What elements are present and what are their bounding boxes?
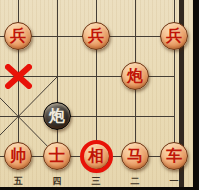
piece-glyph: 兵 xyxy=(166,28,182,44)
screen-right-edge xyxy=(193,0,199,190)
piece-black-cannon[interactable]: 炮 xyxy=(43,102,71,130)
piece-red-horse[interactable]: 马 xyxy=(121,142,149,170)
piece-red-chariot[interactable]: 车 xyxy=(160,142,188,170)
last-move-destination-ring-icon xyxy=(80,140,113,173)
piece-glyph: 兵 xyxy=(10,28,26,44)
piece-glyph: 马 xyxy=(127,148,143,164)
screen-bottom-edge xyxy=(0,187,199,190)
last-move-origin-cross-icon xyxy=(5,64,32,89)
piece-red-soldier[interactable]: 兵 xyxy=(82,22,110,50)
piece-red-cannon[interactable]: 炮 xyxy=(121,62,149,90)
piece-glyph: 炮 xyxy=(127,68,143,84)
piece-red-general[interactable]: 帅 xyxy=(4,142,32,170)
piece-red-advisor[interactable]: 士 xyxy=(43,142,71,170)
piece-red-soldier[interactable]: 兵 xyxy=(160,22,188,50)
piece-red-soldier[interactable]: 兵 xyxy=(4,22,32,50)
piece-glyph: 车 xyxy=(166,148,182,164)
piece-glyph: 士 xyxy=(49,148,65,164)
piece-glyph: 帅 xyxy=(10,148,26,164)
xiangqi-board[interactable]: 兵兵兵炮炮帅士相马车 五四三二一 xyxy=(0,0,199,190)
piece-glyph: 兵 xyxy=(88,28,104,44)
piece-glyph: 炮 xyxy=(49,108,65,124)
